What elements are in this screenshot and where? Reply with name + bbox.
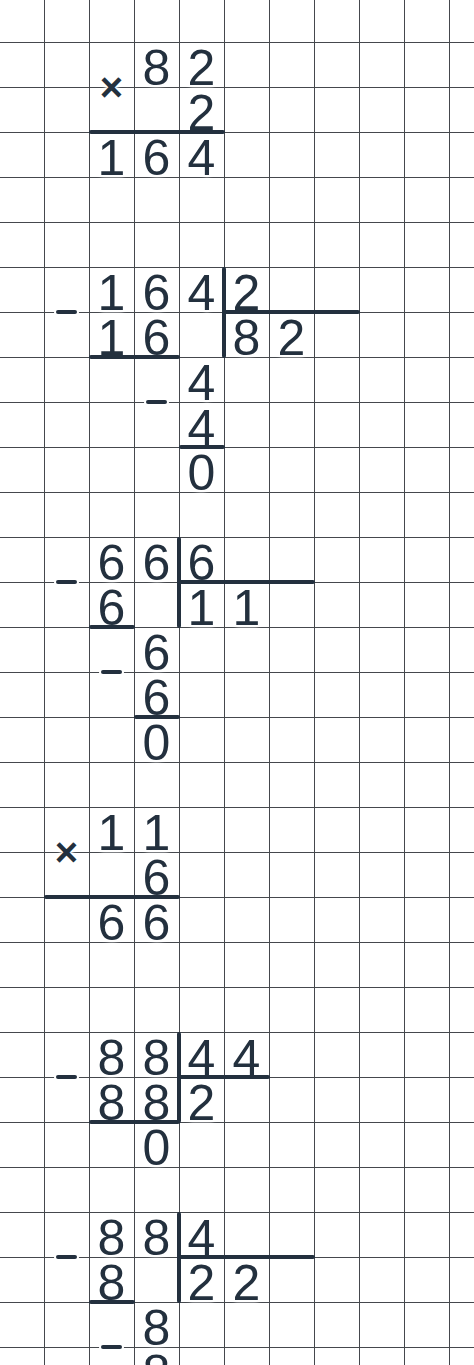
cell-r1c10 [449, 42, 474, 87]
digit-8-r27c3: 8 [143, 1213, 171, 1263]
quotient-line-div2 [179, 580, 315, 584]
cell-r11c5 [224, 492, 269, 537]
cell-r1c0 [0, 42, 44, 87]
cell-r7c7 [314, 312, 359, 357]
cell-r5c6 [269, 222, 314, 267]
cell-r30c5 [224, 1347, 269, 1365]
cell-r17c9 [404, 762, 449, 807]
cell-r23c10 [449, 1032, 474, 1077]
cell-r24c8 [359, 1077, 404, 1122]
cell-r10c9 [404, 447, 449, 492]
cell-r15c6 [269, 672, 314, 717]
cell-r30c2 [89, 1347, 134, 1365]
cell-r17c1 [44, 762, 89, 807]
cell-r9c8 [359, 402, 404, 447]
cell-r13c10 [449, 582, 474, 627]
cell-r13c8 [359, 582, 404, 627]
cell-r11c0 [0, 492, 44, 537]
cell-r26c1 [44, 1167, 89, 1212]
cell-r17c10 [449, 762, 474, 807]
cell-r15c2 [89, 672, 134, 717]
cell-r4c0 [0, 177, 44, 222]
cell-r15c0 [0, 672, 44, 717]
digit-6-r3c3: 6 [143, 133, 171, 183]
cell-r8c10 [449, 357, 474, 402]
cell-r20c1 [44, 897, 89, 942]
cell-r3c1 [44, 132, 89, 177]
cell-r14c9 [404, 627, 449, 672]
cell-r0c6 [269, 0, 314, 42]
cell-r11c7 [314, 492, 359, 537]
cell-r11c10 [449, 492, 474, 537]
cell-r2c1 [44, 87, 89, 132]
cell-r18c8 [359, 807, 404, 852]
cell-r10c6 [269, 447, 314, 492]
cell-r4c7 [314, 177, 359, 222]
cell-r9c10 [449, 402, 474, 447]
cell-r23c7 [314, 1032, 359, 1077]
cell-r2c7 [314, 87, 359, 132]
cell-r8c1 [44, 357, 89, 402]
cell-r25c8 [359, 1122, 404, 1167]
cell-r28c9 [404, 1257, 449, 1302]
cell-r21c8 [359, 942, 404, 987]
cell-r26c7 [314, 1167, 359, 1212]
cell-r5c3 [134, 222, 179, 267]
cell-r19c9 [404, 852, 449, 897]
cell-r12c7 [314, 537, 359, 582]
cell-r27c9 [404, 1212, 449, 1257]
cell-r4c1 [44, 177, 89, 222]
cell-r7c5: 8 [224, 312, 269, 357]
cell-r24c3: 8 [134, 1077, 179, 1122]
cell-r17c4 [179, 762, 224, 807]
cell-r6c4: 4 [179, 267, 224, 312]
cell-r27c8 [359, 1212, 404, 1257]
cell-r27c4: 4 [179, 1212, 224, 1257]
cell-r9c1 [44, 402, 89, 447]
cell-r23c4: 4 [179, 1032, 224, 1077]
cell-r22c3 [134, 987, 179, 1032]
cell-r12c9 [404, 537, 449, 582]
cell-r22c5 [224, 987, 269, 1032]
cell-r0c4 [179, 0, 224, 42]
cell-r1c1 [44, 42, 89, 87]
digit-6-r12c3: 6 [143, 538, 171, 588]
cell-r6c6 [269, 267, 314, 312]
cell-r20c0 [0, 897, 44, 942]
cell-r23c8 [359, 1032, 404, 1077]
cell-r29c3: 8 [134, 1302, 179, 1347]
cell-r23c0 [0, 1032, 44, 1077]
cell-r8c7 [314, 357, 359, 402]
cell-r16c3: 0 [134, 717, 179, 762]
cell-r27c6 [269, 1212, 314, 1257]
cell-r4c6 [269, 177, 314, 222]
cell-r21c0 [0, 942, 44, 987]
cell-r24c9 [404, 1077, 449, 1122]
cell-r12c1 [44, 537, 89, 582]
cell-r30c3: 8 [134, 1347, 179, 1365]
cell-r28c0 [0, 1257, 44, 1302]
cell-r9c6 [269, 402, 314, 447]
cell-r25c10 [449, 1122, 474, 1167]
quotient-line-div4 [179, 1255, 315, 1259]
cell-r5c4 [179, 222, 224, 267]
cell-r5c8 [359, 222, 404, 267]
cell-r10c1 [44, 447, 89, 492]
cell-r10c10 [449, 447, 474, 492]
cell-r21c6 [269, 942, 314, 987]
cell-r15c1 [44, 672, 89, 717]
cell-r29c6 [269, 1302, 314, 1347]
cell-r17c7 [314, 762, 359, 807]
cell-r24c1 [44, 1077, 89, 1122]
cell-r4c9 [404, 177, 449, 222]
cell-r13c7 [314, 582, 359, 627]
cell-r7c8 [359, 312, 404, 357]
cell-r27c2: 8 [89, 1212, 134, 1257]
cell-r19c4 [179, 852, 224, 897]
cell-r12c6 [269, 537, 314, 582]
subtract-line-div2-step1 [89, 625, 135, 629]
cell-r28c2: 8 [89, 1257, 134, 1302]
cell-r5c2 [89, 222, 134, 267]
cell-r10c0 [0, 447, 44, 492]
cell-r6c9 [404, 267, 449, 312]
cell-r13c2: 6 [89, 582, 134, 627]
cell-r30c4 [179, 1347, 224, 1365]
cell-r18c10 [449, 807, 474, 852]
cell-r4c5 [224, 177, 269, 222]
cell-r5c10 [449, 222, 474, 267]
cell-r7c1 [44, 312, 89, 357]
cell-r16c0 [0, 717, 44, 762]
cell-r11c9 [404, 492, 449, 537]
division-bar-div1 [222, 267, 226, 358]
cell-r22c6 [269, 987, 314, 1032]
cell-r28c4: 2 [179, 1257, 224, 1302]
subtract-line-div4 [89, 1300, 135, 1304]
minus-sign-div3 [56, 1075, 77, 1079]
cell-r23c1 [44, 1032, 89, 1077]
cell-r15c9 [404, 672, 449, 717]
cell-r2c8 [359, 87, 404, 132]
cell-r6c10 [449, 267, 474, 312]
cell-r7c6: 2 [269, 312, 314, 357]
worksheet-page: 8221641642168244066661166011666884488208… [0, 0, 474, 1365]
cell-r13c9 [404, 582, 449, 627]
cell-r23c5: 4 [224, 1032, 269, 1077]
digit-4-r6c4: 4 [188, 268, 216, 318]
cell-r25c9 [404, 1122, 449, 1167]
cell-r2c0 [0, 87, 44, 132]
cell-r15c3: 6 [134, 672, 179, 717]
cell-r12c5 [224, 537, 269, 582]
cell-r24c7 [314, 1077, 359, 1122]
cell-r9c3 [134, 402, 179, 447]
cell-r9c0 [0, 402, 44, 447]
cell-r30c6 [269, 1347, 314, 1365]
quotient-line-div1 [224, 310, 360, 314]
cell-r29c7 [314, 1302, 359, 1347]
cell-r27c7 [314, 1212, 359, 1257]
cell-r11c2 [89, 492, 134, 537]
minus-sign-div1-b [146, 400, 167, 404]
cell-r0c7 [314, 0, 359, 42]
cell-r6c8 [359, 267, 404, 312]
digit-0-r10c4: 0 [188, 448, 216, 498]
cell-r11c1 [44, 492, 89, 537]
cell-r1c5 [224, 42, 269, 87]
subtract-line-div1-step2 [179, 445, 225, 449]
cell-r10c8 [359, 447, 404, 492]
cell-r22c1 [44, 987, 89, 1032]
cell-r8c4: 4 [179, 357, 224, 402]
cell-r16c7 [314, 717, 359, 762]
cell-r22c9 [404, 987, 449, 1032]
cell-r29c0 [0, 1302, 44, 1347]
cell-r9c2 [89, 402, 134, 447]
digit-8-r30c3: 8 [143, 1348, 171, 1365]
product-line-mult2 [44, 895, 180, 899]
cell-r30c1 [44, 1347, 89, 1365]
cell-r28c5: 2 [224, 1257, 269, 1302]
cell-r26c5 [224, 1167, 269, 1212]
cell-r5c9 [404, 222, 449, 267]
cell-r28c6 [269, 1257, 314, 1302]
cell-r14c1 [44, 627, 89, 672]
cell-r28c8 [359, 1257, 404, 1302]
digit-8-r1c3: 8 [143, 43, 171, 93]
cell-r18c4 [179, 807, 224, 852]
cell-r4c10 [449, 177, 474, 222]
cell-r19c7 [314, 852, 359, 897]
minus-sign-div2-b [101, 670, 122, 674]
cell-r1c3: 8 [134, 42, 179, 87]
division-bar-div3 [177, 1032, 181, 1123]
multiply-sign-mult1: × [89, 65, 134, 109]
cell-r20c5 [224, 897, 269, 942]
cell-r25c0 [0, 1122, 44, 1167]
cell-r12c4: 6 [179, 537, 224, 582]
cell-r7c2: 1 [89, 312, 134, 357]
digit-2-r28c4: 2 [188, 1258, 216, 1308]
cell-r3c3: 6 [134, 132, 179, 177]
cell-r13c6 [269, 582, 314, 627]
cell-r14c0 [0, 627, 44, 672]
cell-r2c10 [449, 87, 474, 132]
cell-r15c5 [224, 672, 269, 717]
cell-r18c5 [224, 807, 269, 852]
cell-r15c8 [359, 672, 404, 717]
cell-r30c8 [359, 1347, 404, 1365]
cell-r4c8 [359, 177, 404, 222]
cell-r1c9 [404, 42, 449, 87]
cell-r26c9 [404, 1167, 449, 1212]
cell-r9c9 [404, 402, 449, 447]
cell-r18c7 [314, 807, 359, 852]
cell-r12c3: 6 [134, 537, 179, 582]
cell-r20c3: 6 [134, 897, 179, 942]
cell-r16c5 [224, 717, 269, 762]
cell-r5c0 [0, 222, 44, 267]
subtract-line-div1-step1 [89, 355, 180, 359]
cell-r16c4 [179, 717, 224, 762]
cell-r10c5 [224, 447, 269, 492]
cell-r7c3: 6 [134, 312, 179, 357]
cell-r20c6 [269, 897, 314, 942]
cell-r11c3 [134, 492, 179, 537]
cell-r22c0 [0, 987, 44, 1032]
cell-r29c10 [449, 1302, 474, 1347]
cell-r2c9 [404, 87, 449, 132]
cell-r22c2 [89, 987, 134, 1032]
cell-r10c3 [134, 447, 179, 492]
cell-r5c5 [224, 222, 269, 267]
cell-r21c4 [179, 942, 224, 987]
cell-r0c2 [89, 0, 134, 42]
cell-r18c0 [0, 807, 44, 852]
cell-r1c4: 2 [179, 42, 224, 87]
cell-r16c1 [44, 717, 89, 762]
digit-0-r25c3: 0 [143, 1123, 171, 1173]
multiply-sign-mult2: × [44, 830, 89, 874]
minus-sign-div1-a [56, 310, 77, 314]
cell-r17c2 [89, 762, 134, 807]
cell-r27c10 [449, 1212, 474, 1257]
cell-r3c4: 4 [179, 132, 224, 177]
cell-r6c7 [314, 267, 359, 312]
digit-0-r16c3: 0 [143, 718, 171, 768]
digit-6-r20c2: 6 [98, 898, 126, 948]
cell-r15c4 [179, 672, 224, 717]
cell-r12c0 [0, 537, 44, 582]
cell-r12c10 [449, 537, 474, 582]
cell-r1c6 [269, 42, 314, 87]
cell-r19c8 [359, 852, 404, 897]
cell-r19c6 [269, 852, 314, 897]
cell-r21c9 [404, 942, 449, 987]
cell-r7c0 [0, 312, 44, 357]
minus-sign-div4-a [56, 1255, 77, 1259]
cell-r21c1 [44, 942, 89, 987]
cell-r6c5: 2 [224, 267, 269, 312]
cell-r20c4 [179, 897, 224, 942]
cell-r30c9 [404, 1347, 449, 1365]
cell-r15c10 [449, 672, 474, 717]
digit-1-r13c5: 1 [233, 583, 261, 633]
cell-r5c1 [44, 222, 89, 267]
cell-r21c10 [449, 942, 474, 987]
cell-r5c7 [314, 222, 359, 267]
cell-r11c8 [359, 492, 404, 537]
cell-r3c7 [314, 132, 359, 177]
digit-2-r28c5: 2 [233, 1258, 261, 1308]
cell-r20c7 [314, 897, 359, 942]
cell-r30c10 [449, 1347, 474, 1365]
cell-r16c6 [269, 717, 314, 762]
cell-r12c8 [359, 537, 404, 582]
cell-r10c2 [89, 447, 134, 492]
cell-r0c5 [224, 0, 269, 42]
cell-r17c5 [224, 762, 269, 807]
cell-r3c10 [449, 132, 474, 177]
cell-r0c9 [404, 0, 449, 42]
cell-r16c8 [359, 717, 404, 762]
cell-r15c7 [314, 672, 359, 717]
cell-r14c10 [449, 627, 474, 672]
cell-r14c8 [359, 627, 404, 672]
cell-r3c6 [269, 132, 314, 177]
cell-r21c5 [224, 942, 269, 987]
cell-r30c0 [0, 1347, 44, 1365]
cell-r24c6 [269, 1077, 314, 1122]
cell-r2c4: 2 [179, 87, 224, 132]
cell-r17c8 [359, 762, 404, 807]
cell-r29c1 [44, 1302, 89, 1347]
cell-r21c7 [314, 942, 359, 987]
cell-r18c9 [404, 807, 449, 852]
cell-r6c0 [0, 267, 44, 312]
cell-r0c8 [359, 0, 404, 42]
cell-r16c2 [89, 717, 134, 762]
cell-r6c2: 1 [89, 267, 134, 312]
cell-r0c10 [449, 0, 474, 42]
cell-r28c10 [449, 1257, 474, 1302]
product-line-mult1 [89, 130, 225, 134]
cell-r18c3: 1 [134, 807, 179, 852]
cell-r17c0 [0, 762, 44, 807]
cell-r20c10 [449, 897, 474, 942]
cell-r27c3: 8 [134, 1212, 179, 1257]
cell-r25c6 [269, 1122, 314, 1167]
digit-2-r7c6: 2 [278, 313, 306, 363]
cell-r9c7 [314, 402, 359, 447]
cell-r29c8 [359, 1302, 404, 1347]
subtract-line-div3 [89, 1120, 180, 1124]
cell-r10c4: 0 [179, 447, 224, 492]
digit-6-r20c3: 6 [143, 898, 171, 948]
cell-r7c9 [404, 312, 449, 357]
minus-sign-div4-b [101, 1345, 122, 1349]
cell-r2c5 [224, 87, 269, 132]
cell-r25c7 [314, 1122, 359, 1167]
cell-r24c0 [0, 1077, 44, 1122]
cell-r19c3: 6 [134, 852, 179, 897]
cell-r25c3: 0 [134, 1122, 179, 1167]
cell-r8c9 [404, 357, 449, 402]
cell-r19c0 [0, 852, 44, 897]
cell-r24c2: 8 [89, 1077, 134, 1122]
cell-r20c2: 6 [89, 897, 134, 942]
cell-r13c0 [0, 582, 44, 627]
cell-r3c8 [359, 132, 404, 177]
cell-r17c6 [269, 762, 314, 807]
cell-r30c7 [314, 1347, 359, 1365]
cell-r23c2: 8 [89, 1032, 134, 1077]
cell-r8c0 [0, 357, 44, 402]
cell-r13c4: 1 [179, 582, 224, 627]
quotient-line-div3 [179, 1075, 270, 1079]
division-bar-div2 [177, 537, 181, 628]
board: 8221641642168244066661166011666884488208… [0, 0, 474, 1365]
division-bar-div4 [177, 1212, 181, 1303]
cell-r27c0 [0, 1212, 44, 1257]
cell-r6c1 [44, 267, 89, 312]
cell-r26c8 [359, 1167, 404, 1212]
cell-r26c4 [179, 1167, 224, 1212]
